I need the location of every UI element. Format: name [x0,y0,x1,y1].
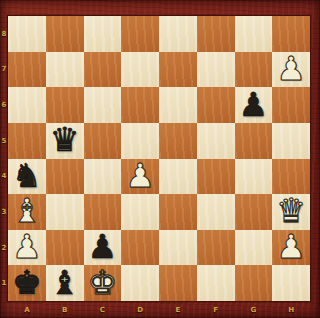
square-c2[interactable]: ♟ [84,230,122,266]
piece-black-pawn-c2[interactable]: ♟ [88,230,118,263]
square-a6[interactable] [8,87,46,123]
square-b1[interactable]: ♝ [46,265,84,301]
square-g8[interactable] [235,16,273,52]
square-b2[interactable] [46,230,84,266]
square-h4[interactable] [272,159,310,195]
file-label-b: B [46,302,84,317]
square-c1[interactable]: ♚ [84,265,122,301]
square-c5[interactable] [84,123,122,159]
square-d4[interactable]: ♟ [121,159,159,195]
square-d1[interactable] [121,265,159,301]
square-f3[interactable] [197,194,235,230]
square-f2[interactable] [197,230,235,266]
square-e8[interactable] [159,16,197,52]
file-label-d: D [121,302,159,317]
rank-label-4: 4 [0,159,8,195]
square-g7[interactable] [235,52,273,88]
file-label-h: H [272,302,310,317]
piece-white-king-c1[interactable]: ♚ [88,266,118,299]
rank-label-2: 2 [0,230,8,266]
square-e4[interactable] [159,159,197,195]
square-h5[interactable] [272,123,310,159]
piece-black-bishop-b1[interactable]: ♝ [50,266,80,299]
square-c7[interactable] [84,52,122,88]
square-e6[interactable] [159,87,197,123]
rank-label-6: 6 [0,87,8,123]
square-d2[interactable] [121,230,159,266]
piece-white-pawn-a2[interactable]: ♟ [12,230,42,263]
rank-label-1: 1 [0,265,8,301]
rank-coordinates: 87654321 [0,16,8,301]
file-label-f: F [197,302,235,317]
square-g6[interactable]: ♟ [235,87,273,123]
chess-board: ♟♟♛♞♟♝♛♟♟♟♚♝♚ [8,16,310,301]
square-g3[interactable] [235,194,273,230]
square-b7[interactable] [46,52,84,88]
square-d8[interactable] [121,16,159,52]
piece-black-knight-a4[interactable]: ♞ [12,159,42,192]
square-h6[interactable] [272,87,310,123]
square-b5[interactable]: ♛ [46,123,84,159]
square-f6[interactable] [197,87,235,123]
file-label-g: G [235,302,273,317]
file-label-c: C [84,302,122,317]
square-f1[interactable] [197,265,235,301]
square-f5[interactable] [197,123,235,159]
square-d3[interactable] [121,194,159,230]
square-b6[interactable] [46,87,84,123]
square-h7[interactable]: ♟ [272,52,310,88]
square-d6[interactable] [121,87,159,123]
square-a4[interactable]: ♞ [8,159,46,195]
square-a3[interactable]: ♝ [8,194,46,230]
piece-white-pawn-h2[interactable]: ♟ [276,230,306,263]
square-h8[interactable] [272,16,310,52]
square-d5[interactable] [121,123,159,159]
square-e7[interactable] [159,52,197,88]
square-a2[interactable]: ♟ [8,230,46,266]
square-a5[interactable] [8,123,46,159]
piece-white-queen-h3[interactable]: ♛ [276,194,306,227]
chess-board-frame: ♟♟♛♞♟♝♛♟♟♟♚♝♚ 87654321 ABCDEFGH [0,0,320,318]
rank-label-7: 7 [0,52,8,88]
square-c4[interactable] [84,159,122,195]
piece-black-queen-b5[interactable]: ♛ [50,123,80,156]
square-h1[interactable] [272,265,310,301]
file-label-a: A [8,302,46,317]
piece-white-bishop-a3[interactable]: ♝ [12,194,42,227]
square-d7[interactable] [121,52,159,88]
square-e1[interactable] [159,265,197,301]
square-f8[interactable] [197,16,235,52]
square-a7[interactable] [8,52,46,88]
piece-black-king-a1[interactable]: ♚ [12,266,42,299]
square-e3[interactable] [159,194,197,230]
square-g1[interactable] [235,265,273,301]
square-b3[interactable] [46,194,84,230]
piece-black-pawn-g6[interactable]: ♟ [239,88,269,121]
square-c8[interactable] [84,16,122,52]
square-a1[interactable]: ♚ [8,265,46,301]
square-c6[interactable] [84,87,122,123]
square-e2[interactable] [159,230,197,266]
square-b8[interactable] [46,16,84,52]
rank-label-3: 3 [0,194,8,230]
square-g5[interactable] [235,123,273,159]
square-e5[interactable] [159,123,197,159]
square-h2[interactable]: ♟ [272,230,310,266]
file-coordinates: ABCDEFGH [8,302,310,317]
rank-label-8: 8 [0,16,8,52]
square-g2[interactable] [235,230,273,266]
piece-white-pawn-h7[interactable]: ♟ [276,52,306,85]
square-f4[interactable] [197,159,235,195]
square-h3[interactable]: ♛ [272,194,310,230]
square-f7[interactable] [197,52,235,88]
square-b4[interactable] [46,159,84,195]
rank-label-5: 5 [0,123,8,159]
piece-white-pawn-d4[interactable]: ♟ [125,159,155,192]
square-c3[interactable] [84,194,122,230]
square-a8[interactable] [8,16,46,52]
file-label-e: E [159,302,197,317]
square-g4[interactable] [235,159,273,195]
